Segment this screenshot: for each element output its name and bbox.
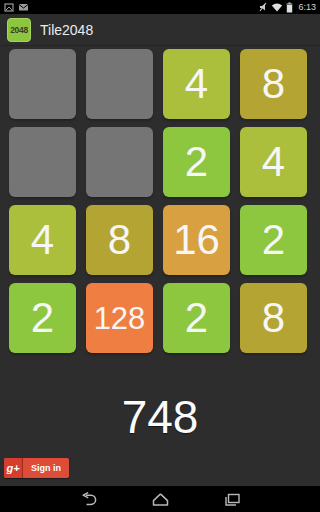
navigation-bar: [0, 486, 320, 512]
tile-2: 2: [163, 127, 230, 197]
google-plus-icon: g+: [4, 458, 23, 478]
status-clock: 6:13: [298, 0, 316, 14]
notification-icons: [4, 2, 29, 12]
app-bar: 2048 Tile2048: [0, 14, 320, 46]
tile-2: 2: [9, 283, 76, 353]
tile-128: 128: [86, 283, 153, 353]
wifi-icon: [271, 2, 283, 12]
board[interactable]: 482448162212828: [9, 49, 307, 353]
status-bar: 6:13: [0, 0, 320, 14]
empty-cell: [86, 49, 153, 119]
vibrate-mute-icon: [258, 2, 268, 12]
tile-4: 4: [240, 127, 307, 197]
signin-label: Sign in: [23, 458, 69, 478]
tile-4: 4: [163, 49, 230, 119]
home-icon: [151, 492, 170, 507]
tile-2: 2: [163, 283, 230, 353]
battery-icon: [286, 2, 293, 13]
email-icon: [18, 2, 29, 12]
google-signin-button[interactable]: g+ Sign in: [4, 458, 69, 478]
tile-2: 2: [240, 205, 307, 275]
home-button[interactable]: [149, 489, 171, 509]
empty-cell: [9, 49, 76, 119]
recents-button[interactable]: [221, 489, 243, 509]
android-tablet-screen: 6:13 2048 Tile2048 482448162212828 748 g…: [0, 0, 320, 512]
screenshot-icon: [4, 2, 14, 12]
tile-8: 8: [240, 283, 307, 353]
tile-16: 16: [163, 205, 230, 275]
empty-cell: [86, 127, 153, 197]
back-icon: [79, 492, 98, 507]
recents-icon: [223, 492, 242, 507]
app-title: Tile2048: [40, 22, 93, 38]
score-value: 748: [0, 394, 320, 440]
tile-8: 8: [240, 49, 307, 119]
back-button[interactable]: [77, 489, 99, 509]
tile-8: 8: [86, 205, 153, 275]
app-launcher-icon: 2048: [7, 18, 31, 42]
empty-cell: [9, 127, 76, 197]
tile-4: 4: [9, 205, 76, 275]
game-screen: 482448162212828 748 g+ Sign in: [0, 46, 320, 486]
